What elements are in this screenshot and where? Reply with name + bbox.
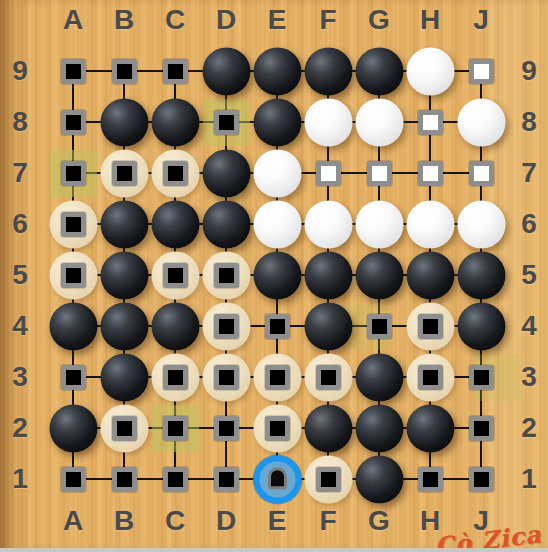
row-label-left-1: 1 <box>12 465 28 493</box>
white-stone <box>253 200 301 248</box>
intersection-H4[interactable] <box>405 301 456 352</box>
black-territory-marker <box>112 161 137 186</box>
row-label-left-5: 5 <box>12 261 28 289</box>
white-stone <box>304 200 352 248</box>
column-label-top-D: D <box>216 6 236 34</box>
black-territory-marker <box>418 467 443 492</box>
black-stone <box>202 149 250 197</box>
intersection-D9[interactable] <box>201 46 252 97</box>
intersection-H9[interactable] <box>405 46 456 97</box>
intersection-D6[interactable] <box>201 199 252 250</box>
intersection-A2[interactable] <box>48 403 99 454</box>
intersection-E3[interactable] <box>252 352 303 403</box>
column-label-top-H: H <box>420 6 440 34</box>
intersection-F3[interactable] <box>303 352 354 403</box>
intersection-G3[interactable] <box>354 352 405 403</box>
black-territory-marker <box>214 314 239 339</box>
black-territory-marker <box>112 416 137 441</box>
white-territory-marker <box>367 161 392 186</box>
black-territory-marker <box>214 263 239 288</box>
row-label-left-6: 6 <box>12 210 28 238</box>
black-territory-marker <box>214 416 239 441</box>
intersection-J6[interactable] <box>456 199 507 250</box>
intersection-B6[interactable] <box>99 199 150 250</box>
intersection-C4[interactable] <box>150 301 201 352</box>
intersection-G7[interactable] <box>354 148 405 199</box>
intersection-E2[interactable] <box>252 403 303 454</box>
black-territory-marker <box>61 263 86 288</box>
black-stone <box>406 251 454 299</box>
white-stone <box>355 200 403 248</box>
go-board-screen: AABBCCDDEEFFGGHHJJ998877665544332211 Cò … <box>0 0 548 552</box>
black-territory-marker <box>61 59 86 84</box>
intersection-H5[interactable] <box>405 250 456 301</box>
column-label-top-A: A <box>63 6 83 34</box>
white-stone <box>304 98 352 146</box>
column-label-top-J: J <box>473 6 489 34</box>
black-territory-marker <box>163 416 188 441</box>
intersection-B2[interactable] <box>99 403 150 454</box>
intersection-F5[interactable] <box>303 250 354 301</box>
white-territory-marker <box>418 161 443 186</box>
black-stone <box>151 302 199 350</box>
black-territory-marker <box>163 467 188 492</box>
intersection-A3[interactable] <box>48 352 99 403</box>
intersection-D5[interactable] <box>201 250 252 301</box>
intersection-C3[interactable] <box>150 352 201 403</box>
white-territory-marker <box>418 110 443 135</box>
intersection-J4[interactable] <box>456 301 507 352</box>
white-stone <box>457 98 505 146</box>
black-stone <box>151 200 199 248</box>
intersection-G8[interactable] <box>354 97 405 148</box>
black-territory-marker <box>316 365 341 390</box>
black-stone <box>355 251 403 299</box>
row-label-right-7: 7 <box>521 159 537 187</box>
black-territory-marker <box>265 314 290 339</box>
row-label-right-8: 8 <box>521 108 537 136</box>
intersection-C6[interactable] <box>150 199 201 250</box>
row-label-left-9: 9 <box>12 57 28 85</box>
black-territory-marker <box>469 467 494 492</box>
black-stone <box>406 404 454 452</box>
intersection-C1[interactable] <box>150 454 201 505</box>
column-label-bottom-D: D <box>216 507 236 535</box>
black-territory-marker <box>112 59 137 84</box>
black-territory-marker <box>316 467 341 492</box>
intersection-E6[interactable] <box>252 199 303 250</box>
intersection-H1[interactable] <box>405 454 456 505</box>
black-stone <box>202 47 250 95</box>
white-stone <box>406 200 454 248</box>
intersection-B9[interactable] <box>99 46 150 97</box>
intersection-D8[interactable] <box>201 97 252 148</box>
black-stone <box>100 251 148 299</box>
black-territory-marker <box>418 365 443 390</box>
black-stone <box>100 302 148 350</box>
black-territory-marker <box>112 467 137 492</box>
screen-edge-strip <box>0 548 548 552</box>
black-stone <box>49 404 97 452</box>
black-stone <box>355 404 403 452</box>
intersection-C7[interactable] <box>150 148 201 199</box>
black-territory-marker <box>214 467 239 492</box>
intersection-D7[interactable] <box>201 148 252 199</box>
row-label-left-7: 7 <box>12 159 28 187</box>
black-stone <box>100 200 148 248</box>
black-stone <box>457 302 505 350</box>
black-stone <box>304 251 352 299</box>
column-label-bottom-F: F <box>319 507 336 535</box>
intersection-A7[interactable] <box>48 148 99 199</box>
row-label-left-8: 8 <box>12 108 28 136</box>
black-territory-marker <box>61 161 86 186</box>
row-label-right-4: 4 <box>521 312 537 340</box>
intersection-C2[interactable] <box>150 403 201 454</box>
intersection-B1[interactable] <box>99 454 150 505</box>
black-territory-marker <box>469 416 494 441</box>
black-stone <box>253 47 301 95</box>
row-label-right-6: 6 <box>521 210 537 238</box>
intersection-D1[interactable] <box>201 454 252 505</box>
intersection-E7[interactable] <box>252 148 303 199</box>
intersection-B8[interactable] <box>99 97 150 148</box>
intersection-A1[interactable] <box>48 454 99 505</box>
intersection-B4[interactable] <box>99 301 150 352</box>
intersection-A4[interactable] <box>48 301 99 352</box>
intersection-J5[interactable] <box>456 250 507 301</box>
black-territory-marker <box>61 212 86 237</box>
black-territory-marker <box>265 365 290 390</box>
black-stone <box>151 98 199 146</box>
intersection-B7[interactable] <box>99 148 150 199</box>
black-stone <box>253 251 301 299</box>
intersection-A8[interactable] <box>48 97 99 148</box>
black-territory-marker <box>163 365 188 390</box>
intersection-F2[interactable] <box>303 403 354 454</box>
last-move-glyph <box>268 467 287 489</box>
black-territory-marker <box>61 365 86 390</box>
intersection-J7[interactable] <box>456 148 507 199</box>
column-label-bottom-B: B <box>114 507 134 535</box>
intersection-B5[interactable] <box>99 250 150 301</box>
black-stone <box>304 302 352 350</box>
intersection-G1[interactable] <box>354 454 405 505</box>
intersection-F6[interactable] <box>303 199 354 250</box>
intersection-G6[interactable] <box>354 199 405 250</box>
black-territory-marker <box>265 416 290 441</box>
black-stone <box>304 47 352 95</box>
intersection-G2[interactable] <box>354 403 405 454</box>
intersection-E9[interactable] <box>252 46 303 97</box>
white-territory-marker <box>316 161 341 186</box>
intersection-F7[interactable] <box>303 148 354 199</box>
white-stone <box>406 47 454 95</box>
white-territory-marker <box>469 59 494 84</box>
column-label-bottom-C: C <box>165 507 185 535</box>
intersection-E5[interactable] <box>252 250 303 301</box>
black-territory-marker <box>469 365 494 390</box>
black-stone <box>355 455 403 503</box>
black-territory-marker <box>61 467 86 492</box>
intersection-E8[interactable] <box>252 97 303 148</box>
black-stone <box>457 251 505 299</box>
intersection-C8[interactable] <box>150 97 201 148</box>
black-stone <box>202 200 250 248</box>
intersection-H2[interactable] <box>405 403 456 454</box>
column-label-top-E: E <box>268 6 287 34</box>
intersection-A5[interactable] <box>48 250 99 301</box>
row-label-right-2: 2 <box>521 414 537 442</box>
intersection-G4[interactable] <box>354 301 405 352</box>
column-label-bottom-A: A <box>63 507 83 535</box>
row-label-right-1: 1 <box>521 465 537 493</box>
intersection-D4[interactable] <box>201 301 252 352</box>
black-territory-marker <box>214 110 239 135</box>
intersection-J3[interactable] <box>456 352 507 403</box>
column-label-top-B: B <box>114 6 134 34</box>
black-territory-marker <box>163 59 188 84</box>
row-label-left-2: 2 <box>12 414 28 442</box>
intersection-H3[interactable] <box>405 352 456 403</box>
intersection-H6[interactable] <box>405 199 456 250</box>
column-label-top-G: G <box>368 6 390 34</box>
black-stone <box>49 302 97 350</box>
white-territory-marker <box>469 161 494 186</box>
intersection-C5[interactable] <box>150 250 201 301</box>
black-stone <box>100 98 148 146</box>
intersection-F1[interactable] <box>303 454 354 505</box>
intersection-G5[interactable] <box>354 250 405 301</box>
intersection-A9[interactable] <box>48 46 99 97</box>
intersection-G9[interactable] <box>354 46 405 97</box>
column-label-top-C: C <box>165 6 185 34</box>
white-stone <box>253 149 301 197</box>
white-stone <box>355 98 403 146</box>
row-label-right-5: 5 <box>521 261 537 289</box>
row-label-right-9: 9 <box>521 57 537 85</box>
column-label-top-F: F <box>319 6 336 34</box>
black-territory-marker <box>214 365 239 390</box>
black-stone <box>355 47 403 95</box>
row-label-left-3: 3 <box>12 363 28 391</box>
intersection-F8[interactable] <box>303 97 354 148</box>
white-stone <box>457 200 505 248</box>
intersection-D2[interactable] <box>201 403 252 454</box>
black-territory-marker <box>61 110 86 135</box>
intersection-C9[interactable] <box>150 46 201 97</box>
row-label-right-3: 3 <box>521 363 537 391</box>
intersection-F4[interactable] <box>303 301 354 352</box>
intersection-J9[interactable] <box>456 46 507 97</box>
column-label-bottom-G: G <box>368 507 390 535</box>
black-territory-marker <box>418 314 443 339</box>
row-label-left-4: 4 <box>12 312 28 340</box>
intersection-H8[interactable] <box>405 97 456 148</box>
intersection-E1[interactable] <box>252 454 303 505</box>
intersection-H7[interactable] <box>405 148 456 199</box>
black-stone <box>304 404 352 452</box>
intersection-A6[interactable] <box>48 199 99 250</box>
intersection-J2[interactable] <box>456 403 507 454</box>
intersection-B3[interactable] <box>99 352 150 403</box>
black-stone <box>253 98 301 146</box>
intersection-J8[interactable] <box>456 97 507 148</box>
intersection-J1[interactable] <box>456 454 507 505</box>
black-territory-marker <box>367 314 392 339</box>
intersection-F9[interactable] <box>303 46 354 97</box>
column-label-bottom-E: E <box>268 507 287 535</box>
intersection-E4[interactable] <box>252 301 303 352</box>
intersection-D3[interactable] <box>201 352 252 403</box>
black-territory-marker <box>163 263 188 288</box>
black-stone <box>100 353 148 401</box>
black-stone <box>355 353 403 401</box>
black-territory-marker <box>163 161 188 186</box>
